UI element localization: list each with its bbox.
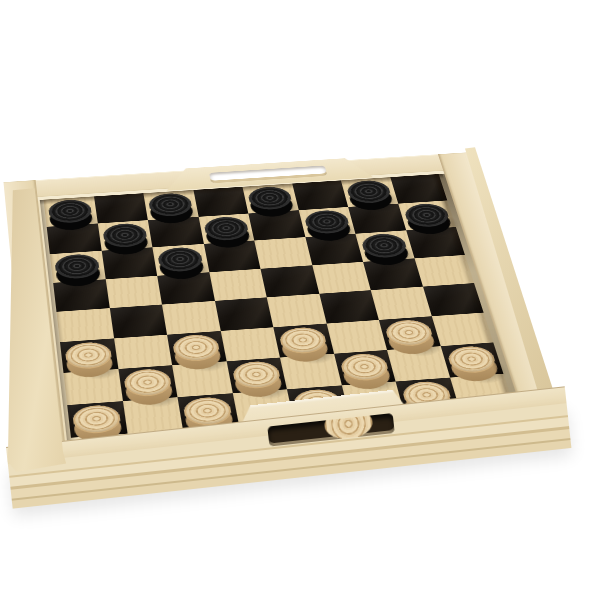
square-f7[interactable] (298, 207, 355, 237)
checker-black[interactable] (203, 216, 250, 242)
checker-natural[interactable] (72, 404, 122, 435)
square-f2[interactable] (334, 350, 396, 385)
square-f4[interactable] (319, 290, 379, 323)
checker-natural[interactable] (278, 326, 329, 355)
square-a4[interactable] (56, 308, 113, 342)
checker-natural[interactable] (65, 341, 114, 370)
square-b7[interactable] (97, 220, 152, 251)
square-g6[interactable] (355, 230, 414, 261)
square-g3[interactable] (379, 316, 440, 350)
square-b4[interactable] (109, 305, 167, 339)
far-handle-slot-icon (209, 165, 327, 183)
checker-natural[interactable] (384, 319, 436, 347)
checker-natural[interactable] (231, 360, 282, 390)
square-c6[interactable] (152, 244, 208, 276)
square-e5[interactable] (260, 265, 318, 297)
checker-black[interactable] (54, 253, 100, 280)
square-a6[interactable] (50, 251, 105, 283)
square-e3[interactable] (273, 323, 333, 357)
square-a1[interactable] (67, 401, 127, 438)
checker-natural[interactable] (123, 368, 173, 398)
checker-black[interactable] (157, 246, 204, 272)
square-e4[interactable] (267, 294, 326, 327)
product-photo-scene (0, 0, 600, 600)
square-d7[interactable] (198, 213, 254, 244)
checker-natural[interactable] (172, 333, 222, 362)
checker-black[interactable] (303, 209, 351, 234)
square-c4[interactable] (162, 301, 220, 334)
square-a3[interactable] (60, 338, 118, 373)
square-c3[interactable] (167, 331, 226, 365)
square-g4[interactable] (371, 287, 431, 320)
square-b2[interactable] (118, 365, 178, 401)
square-d2[interactable] (226, 358, 287, 393)
checker-black[interactable] (360, 233, 409, 259)
square-f5[interactable] (312, 262, 371, 294)
square-d4[interactable] (214, 297, 273, 330)
checker-natural[interactable] (339, 353, 391, 382)
checker-natural[interactable] (182, 396, 233, 427)
checker-black[interactable] (102, 222, 148, 248)
